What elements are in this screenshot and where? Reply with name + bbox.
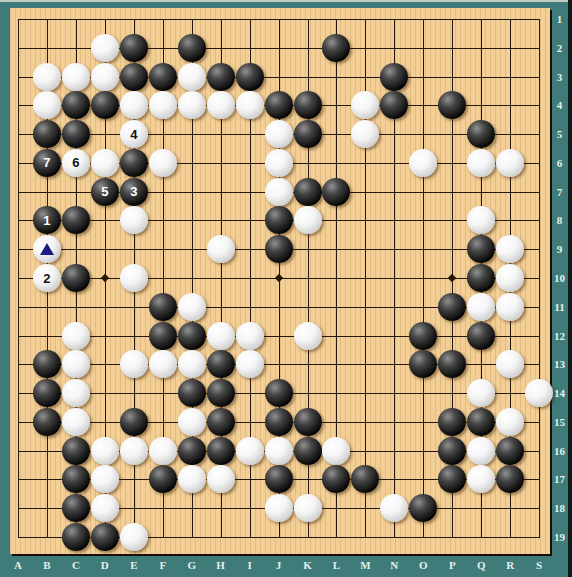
point-S3[interactable] — [525, 63, 553, 91]
point-H18[interactable] — [207, 494, 235, 522]
point-I14[interactable] — [236, 379, 264, 407]
point-S6[interactable] — [525, 149, 553, 177]
point-C12[interactable] — [62, 322, 90, 350]
point-S7[interactable] — [525, 178, 553, 206]
point-R6[interactable] — [496, 149, 524, 177]
point-F2[interactable] — [149, 34, 177, 62]
point-R3[interactable] — [496, 63, 524, 91]
point-F8[interactable] — [149, 206, 177, 234]
point-P12[interactable] — [438, 322, 466, 350]
point-F3[interactable] — [149, 63, 177, 91]
point-N12[interactable] — [380, 322, 408, 350]
point-B9[interactable] — [33, 235, 61, 263]
point-M14[interactable] — [351, 379, 379, 407]
point-Q6[interactable] — [467, 149, 495, 177]
point-A2[interactable] — [4, 34, 32, 62]
point-R4[interactable] — [496, 91, 524, 119]
point-Q4[interactable] — [467, 91, 495, 119]
point-L7[interactable] — [322, 178, 350, 206]
point-G17[interactable] — [178, 465, 206, 493]
point-A7[interactable] — [4, 178, 32, 206]
point-C9[interactable] — [62, 235, 90, 263]
point-S16[interactable] — [525, 437, 553, 465]
point-C16[interactable] — [62, 437, 90, 465]
point-L13[interactable] — [322, 350, 350, 378]
point-P6[interactable] — [438, 149, 466, 177]
point-J9[interactable] — [265, 235, 293, 263]
point-B18[interactable] — [33, 494, 61, 522]
point-H11[interactable] — [207, 293, 235, 321]
point-G14[interactable] — [178, 379, 206, 407]
point-G1[interactable] — [178, 5, 206, 33]
point-I18[interactable] — [236, 494, 264, 522]
point-A11[interactable] — [4, 293, 32, 321]
point-M12[interactable] — [351, 322, 379, 350]
point-M17[interactable] — [351, 465, 379, 493]
point-F16[interactable] — [149, 437, 177, 465]
point-S12[interactable] — [525, 322, 553, 350]
point-A14[interactable] — [4, 379, 32, 407]
point-J5[interactable] — [265, 120, 293, 148]
point-G2[interactable] — [178, 34, 206, 62]
point-O10[interactable] — [409, 264, 437, 292]
point-B14[interactable] — [33, 379, 61, 407]
point-H19[interactable] — [207, 523, 235, 551]
point-R10[interactable] — [496, 264, 524, 292]
point-B6[interactable]: 7 — [33, 149, 61, 177]
point-P14[interactable] — [438, 379, 466, 407]
point-M10[interactable] — [351, 264, 379, 292]
point-D11[interactable] — [91, 293, 119, 321]
point-J11[interactable] — [265, 293, 293, 321]
point-K17[interactable] — [294, 465, 322, 493]
point-G19[interactable] — [178, 523, 206, 551]
point-M1[interactable] — [351, 5, 379, 33]
point-L1[interactable] — [322, 5, 350, 33]
point-C4[interactable] — [62, 91, 90, 119]
point-K9[interactable] — [294, 235, 322, 263]
point-M13[interactable] — [351, 350, 379, 378]
point-J10[interactable] — [265, 264, 293, 292]
point-E3[interactable] — [120, 63, 148, 91]
point-O14[interactable] — [409, 379, 437, 407]
point-D1[interactable] — [91, 5, 119, 33]
point-P16[interactable] — [438, 437, 466, 465]
point-K5[interactable] — [294, 120, 322, 148]
point-I12[interactable] — [236, 322, 264, 350]
point-L16[interactable] — [322, 437, 350, 465]
point-O1[interactable] — [409, 5, 437, 33]
point-A3[interactable] — [4, 63, 32, 91]
point-N4[interactable] — [380, 91, 408, 119]
point-S2[interactable] — [525, 34, 553, 62]
point-I8[interactable] — [236, 206, 264, 234]
point-D15[interactable] — [91, 408, 119, 436]
point-S5[interactable] — [525, 120, 553, 148]
point-G16[interactable] — [178, 437, 206, 465]
point-J18[interactable] — [265, 494, 293, 522]
point-F10[interactable] — [149, 264, 177, 292]
point-G9[interactable] — [178, 235, 206, 263]
point-I16[interactable] — [236, 437, 264, 465]
point-D10[interactable] — [91, 264, 119, 292]
point-S10[interactable] — [525, 264, 553, 292]
point-I19[interactable] — [236, 523, 264, 551]
point-P17[interactable] — [438, 465, 466, 493]
point-B19[interactable] — [33, 523, 61, 551]
point-H2[interactable] — [207, 34, 235, 62]
point-N18[interactable] — [380, 494, 408, 522]
point-D12[interactable] — [91, 322, 119, 350]
point-M9[interactable] — [351, 235, 379, 263]
point-K19[interactable] — [294, 523, 322, 551]
point-J4[interactable] — [265, 91, 293, 119]
point-I1[interactable] — [236, 5, 264, 33]
point-S18[interactable] — [525, 494, 553, 522]
point-P1[interactable] — [438, 5, 466, 33]
point-K2[interactable] — [294, 34, 322, 62]
point-Q10[interactable] — [467, 264, 495, 292]
point-G11[interactable] — [178, 293, 206, 321]
point-N10[interactable] — [380, 264, 408, 292]
point-E12[interactable] — [120, 322, 148, 350]
point-L19[interactable] — [322, 523, 350, 551]
point-N13[interactable] — [380, 350, 408, 378]
point-R8[interactable] — [496, 206, 524, 234]
point-A17[interactable] — [4, 465, 32, 493]
point-H6[interactable] — [207, 149, 235, 177]
point-R2[interactable] — [496, 34, 524, 62]
point-J3[interactable] — [265, 63, 293, 91]
point-F18[interactable] — [149, 494, 177, 522]
point-A10[interactable] — [4, 264, 32, 292]
point-O17[interactable] — [409, 465, 437, 493]
point-A8[interactable] — [4, 206, 32, 234]
point-R7[interactable] — [496, 178, 524, 206]
point-B4[interactable] — [33, 91, 61, 119]
point-H17[interactable] — [207, 465, 235, 493]
point-Q13[interactable] — [467, 350, 495, 378]
point-R18[interactable] — [496, 494, 524, 522]
point-Q16[interactable] — [467, 437, 495, 465]
point-H4[interactable] — [207, 91, 235, 119]
point-B5[interactable] — [33, 120, 61, 148]
point-G10[interactable] — [178, 264, 206, 292]
point-B3[interactable] — [33, 63, 61, 91]
point-K1[interactable] — [294, 5, 322, 33]
point-M3[interactable] — [351, 63, 379, 91]
point-G6[interactable] — [178, 149, 206, 177]
point-M2[interactable] — [351, 34, 379, 62]
point-O16[interactable] — [409, 437, 437, 465]
point-A15[interactable] — [4, 408, 32, 436]
point-R19[interactable] — [496, 523, 524, 551]
point-S11[interactable] — [525, 293, 553, 321]
point-J6[interactable] — [265, 149, 293, 177]
point-L17[interactable] — [322, 465, 350, 493]
point-M6[interactable] — [351, 149, 379, 177]
point-C11[interactable] — [62, 293, 90, 321]
point-D19[interactable] — [91, 523, 119, 551]
point-C19[interactable] — [62, 523, 90, 551]
point-F1[interactable] — [149, 5, 177, 33]
point-Q9[interactable] — [467, 235, 495, 263]
point-Q19[interactable] — [467, 523, 495, 551]
point-L6[interactable] — [322, 149, 350, 177]
point-I17[interactable] — [236, 465, 264, 493]
point-S1[interactable] — [525, 5, 553, 33]
point-C6[interactable]: 6 — [62, 149, 90, 177]
point-H12[interactable] — [207, 322, 235, 350]
point-H5[interactable] — [207, 120, 235, 148]
point-J17[interactable] — [265, 465, 293, 493]
point-G12[interactable] — [178, 322, 206, 350]
point-Q18[interactable] — [467, 494, 495, 522]
point-L15[interactable] — [322, 408, 350, 436]
point-R11[interactable] — [496, 293, 524, 321]
point-I3[interactable] — [236, 63, 264, 91]
point-Q14[interactable] — [467, 379, 495, 407]
point-O13[interactable] — [409, 350, 437, 378]
point-L2[interactable] — [322, 34, 350, 62]
point-O2[interactable] — [409, 34, 437, 62]
point-M5[interactable] — [351, 120, 379, 148]
point-P8[interactable] — [438, 206, 466, 234]
point-S19[interactable] — [525, 523, 553, 551]
point-O6[interactable] — [409, 149, 437, 177]
point-N17[interactable] — [380, 465, 408, 493]
point-P5[interactable] — [438, 120, 466, 148]
point-K12[interactable] — [294, 322, 322, 350]
point-M16[interactable] — [351, 437, 379, 465]
point-R13[interactable] — [496, 350, 524, 378]
point-I13[interactable] — [236, 350, 264, 378]
point-O9[interactable] — [409, 235, 437, 263]
point-O4[interactable] — [409, 91, 437, 119]
point-H13[interactable] — [207, 350, 235, 378]
point-N16[interactable] — [380, 437, 408, 465]
point-R16[interactable] — [496, 437, 524, 465]
point-S15[interactable] — [525, 408, 553, 436]
point-J14[interactable] — [265, 379, 293, 407]
point-Q8[interactable] — [467, 206, 495, 234]
point-K4[interactable] — [294, 91, 322, 119]
point-N8[interactable] — [380, 206, 408, 234]
point-M18[interactable] — [351, 494, 379, 522]
point-K8[interactable] — [294, 206, 322, 234]
point-M11[interactable] — [351, 293, 379, 321]
point-E15[interactable] — [120, 408, 148, 436]
point-E7[interactable]: 3 — [120, 178, 148, 206]
point-B17[interactable] — [33, 465, 61, 493]
point-B16[interactable] — [33, 437, 61, 465]
point-P2[interactable] — [438, 34, 466, 62]
point-S8[interactable] — [525, 206, 553, 234]
point-A1[interactable] — [4, 5, 32, 33]
point-E16[interactable] — [120, 437, 148, 465]
point-H3[interactable] — [207, 63, 235, 91]
point-P18[interactable] — [438, 494, 466, 522]
point-N14[interactable] — [380, 379, 408, 407]
point-O3[interactable] — [409, 63, 437, 91]
point-M19[interactable] — [351, 523, 379, 551]
point-H7[interactable] — [207, 178, 235, 206]
point-L10[interactable] — [322, 264, 350, 292]
point-G13[interactable] — [178, 350, 206, 378]
point-N15[interactable] — [380, 408, 408, 436]
point-Q2[interactable] — [467, 34, 495, 62]
point-C2[interactable] — [62, 34, 90, 62]
point-H10[interactable] — [207, 264, 235, 292]
point-K18[interactable] — [294, 494, 322, 522]
point-G3[interactable] — [178, 63, 206, 91]
point-L18[interactable] — [322, 494, 350, 522]
point-P4[interactable] — [438, 91, 466, 119]
point-A6[interactable] — [4, 149, 32, 177]
point-L5[interactable] — [322, 120, 350, 148]
point-D9[interactable] — [91, 235, 119, 263]
point-Q17[interactable] — [467, 465, 495, 493]
point-C13[interactable] — [62, 350, 90, 378]
point-F4[interactable] — [149, 91, 177, 119]
point-B8[interactable]: 1 — [33, 206, 61, 234]
point-G8[interactable] — [178, 206, 206, 234]
point-E19[interactable] — [120, 523, 148, 551]
point-N2[interactable] — [380, 34, 408, 62]
point-K13[interactable] — [294, 350, 322, 378]
point-F12[interactable] — [149, 322, 177, 350]
point-I9[interactable] — [236, 235, 264, 263]
point-N7[interactable] — [380, 178, 408, 206]
point-E18[interactable] — [120, 494, 148, 522]
point-A18[interactable] — [4, 494, 32, 522]
point-K11[interactable] — [294, 293, 322, 321]
point-D3[interactable] — [91, 63, 119, 91]
point-S9[interactable] — [525, 235, 553, 263]
point-E11[interactable] — [120, 293, 148, 321]
point-D2[interactable] — [91, 34, 119, 62]
point-E2[interactable] — [120, 34, 148, 62]
point-A5[interactable] — [4, 120, 32, 148]
point-P19[interactable] — [438, 523, 466, 551]
point-P10[interactable] — [438, 264, 466, 292]
point-H16[interactable] — [207, 437, 235, 465]
point-D16[interactable] — [91, 437, 119, 465]
point-K7[interactable] — [294, 178, 322, 206]
point-G4[interactable] — [178, 91, 206, 119]
point-D18[interactable] — [91, 494, 119, 522]
point-O12[interactable] — [409, 322, 437, 350]
point-A4[interactable] — [4, 91, 32, 119]
point-O18[interactable] — [409, 494, 437, 522]
point-N1[interactable] — [380, 5, 408, 33]
point-C8[interactable] — [62, 206, 90, 234]
point-P3[interactable] — [438, 63, 466, 91]
point-D5[interactable] — [91, 120, 119, 148]
point-K14[interactable] — [294, 379, 322, 407]
point-O5[interactable] — [409, 120, 437, 148]
point-G7[interactable] — [178, 178, 206, 206]
point-O8[interactable] — [409, 206, 437, 234]
point-G15[interactable] — [178, 408, 206, 436]
point-E6[interactable] — [120, 149, 148, 177]
point-C1[interactable] — [62, 5, 90, 33]
point-E17[interactable] — [120, 465, 148, 493]
point-E13[interactable] — [120, 350, 148, 378]
point-B2[interactable] — [33, 34, 61, 62]
point-I11[interactable] — [236, 293, 264, 321]
point-R12[interactable] — [496, 322, 524, 350]
point-J19[interactable] — [265, 523, 293, 551]
point-A16[interactable] — [4, 437, 32, 465]
point-K6[interactable] — [294, 149, 322, 177]
point-N6[interactable] — [380, 149, 408, 177]
point-D4[interactable] — [91, 91, 119, 119]
point-Q1[interactable] — [467, 5, 495, 33]
point-N9[interactable] — [380, 235, 408, 263]
point-P15[interactable] — [438, 408, 466, 436]
point-K16[interactable] — [294, 437, 322, 465]
point-D6[interactable] — [91, 149, 119, 177]
point-I4[interactable] — [236, 91, 264, 119]
point-H14[interactable] — [207, 379, 235, 407]
point-F7[interactable] — [149, 178, 177, 206]
point-L12[interactable] — [322, 322, 350, 350]
point-Q12[interactable] — [467, 322, 495, 350]
point-A13[interactable] — [4, 350, 32, 378]
point-A12[interactable] — [4, 322, 32, 350]
point-E1[interactable] — [120, 5, 148, 33]
point-N5[interactable] — [380, 120, 408, 148]
point-M8[interactable] — [351, 206, 379, 234]
point-J7[interactable] — [265, 178, 293, 206]
point-A19[interactable] — [4, 523, 32, 551]
point-P9[interactable] — [438, 235, 466, 263]
point-B11[interactable] — [33, 293, 61, 321]
point-R1[interactable] — [496, 5, 524, 33]
point-L14[interactable] — [322, 379, 350, 407]
point-R9[interactable] — [496, 235, 524, 263]
point-S13[interactable] — [525, 350, 553, 378]
point-E4[interactable] — [120, 91, 148, 119]
point-J13[interactable] — [265, 350, 293, 378]
point-I15[interactable] — [236, 408, 264, 436]
point-C5[interactable] — [62, 120, 90, 148]
point-A9[interactable] — [4, 235, 32, 263]
point-P13[interactable] — [438, 350, 466, 378]
point-D7[interactable]: 5 — [91, 178, 119, 206]
point-O19[interactable] — [409, 523, 437, 551]
point-I10[interactable] — [236, 264, 264, 292]
point-K3[interactable] — [294, 63, 322, 91]
point-P11[interactable] — [438, 293, 466, 321]
point-O7[interactable] — [409, 178, 437, 206]
point-E10[interactable] — [120, 264, 148, 292]
point-H1[interactable] — [207, 5, 235, 33]
point-F14[interactable] — [149, 379, 177, 407]
point-I7[interactable] — [236, 178, 264, 206]
point-F15[interactable] — [149, 408, 177, 436]
point-M15[interactable] — [351, 408, 379, 436]
point-I5[interactable] — [236, 120, 264, 148]
point-M7[interactable] — [351, 178, 379, 206]
point-S14[interactable] — [525, 379, 553, 407]
point-R15[interactable] — [496, 408, 524, 436]
point-J12[interactable] — [265, 322, 293, 350]
point-Q3[interactable] — [467, 63, 495, 91]
point-E14[interactable] — [120, 379, 148, 407]
point-D8[interactable] — [91, 206, 119, 234]
